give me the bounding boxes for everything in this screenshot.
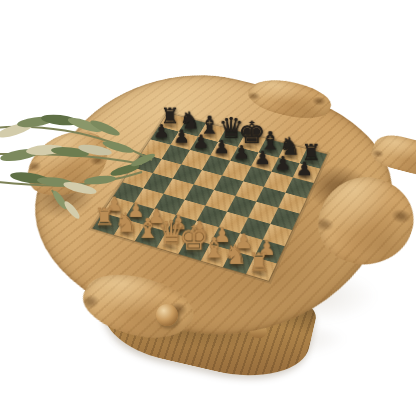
drawer-knob	[156, 304, 178, 326]
photo-stage: ♜♞♝♛♚♝♞♜♟♟♟♟♟♟♟♟♟♟♟♟♟♟♟♟♜♞♝♛♚♝♞♜	[0, 0, 416, 416]
branch-leaves	[0, 113, 156, 221]
black-pawn[interactable]: ♟	[230, 143, 252, 161]
olive-branch	[0, 98, 192, 230]
white-bishop[interactable]: ♝	[201, 234, 225, 262]
black-pawn[interactable]: ♟	[210, 138, 232, 156]
white-rook[interactable]: ♜	[246, 250, 270, 275]
black-pawn[interactable]: ♟	[190, 133, 212, 151]
black-pawn[interactable]: ♟	[272, 154, 294, 173]
black-pawn[interactable]: ♟	[293, 160, 315, 179]
black-pawn[interactable]: ♟	[251, 149, 273, 168]
white-knight[interactable]: ♞	[223, 242, 247, 269]
